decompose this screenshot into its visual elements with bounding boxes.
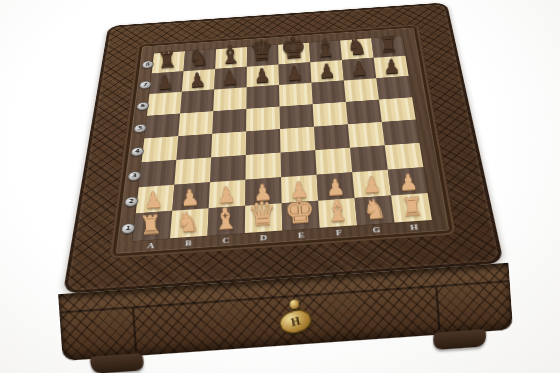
file-label-h: H — [395, 220, 434, 233]
square-d5[interactable] — [246, 106, 280, 131]
drawer-edge-right — [435, 286, 440, 330]
square-b1[interactable]: ♞ — [170, 208, 209, 238]
black-pawn[interactable]: ♟ — [253, 65, 271, 85]
square-b6[interactable] — [180, 89, 214, 113]
drawer-edge-left — [131, 307, 136, 351]
square-f7[interactable]: ♟ — [310, 60, 344, 83]
drawer-knob[interactable] — [289, 299, 299, 309]
black-rook[interactable]: ♜ — [157, 49, 178, 72]
white-rook[interactable]: ♜ — [138, 211, 162, 238]
photo-backdrop: ♜♞♝♛♚♝♞♜♟♟♟♟♟♟♟♟♟♟♟♟♟♟♟♟♜♞♝♛♚♝♞♜ 8765432… — [0, 0, 560, 373]
white-bishop[interactable]: ♝ — [211, 203, 239, 233]
square-g6[interactable] — [344, 78, 379, 102]
scene: ♜♞♝♛♚♝♞♜♟♟♟♟♟♟♟♟♟♟♟♟♟♟♟♟♜♞♝♛♚♝♞♜ 8765432… — [0, 0, 560, 373]
square-g7[interactable]: ♟ — [342, 57, 376, 80]
rank-label-2: 2 — [124, 195, 139, 206]
square-a3[interactable] — [139, 159, 177, 186]
white-knight[interactable]: ♞ — [175, 208, 200, 236]
black-pawn[interactable]: ♟ — [318, 60, 336, 80]
white-rook[interactable]: ♜ — [400, 193, 424, 220]
square-a1[interactable]: ♜ — [133, 210, 173, 240]
square-h3[interactable] — [385, 142, 424, 169]
white-pawn[interactable]: ♟ — [179, 185, 200, 208]
black-pawn[interactable]: ♟ — [188, 69, 206, 89]
white-knight[interactable]: ♞ — [362, 195, 387, 223]
carved-frame: ♜♞♝♛♚♝♞♜♟♟♟♟♟♟♟♟♟♟♟♟♟♟♟♟♜♞♝♛♚♝♞♜ 8765432… — [63, 2, 504, 293]
square-h4[interactable] — [382, 119, 420, 145]
square-d3[interactable] — [245, 152, 281, 179]
rank-label-6: 6 — [136, 101, 150, 110]
brand-medallion[interactable]: H — [277, 306, 314, 336]
board-grid: ♜♞♝♛♚♝♞♜♟♟♟♟♟♟♟♟♟♟♟♟♟♟♟♟♜♞♝♛♚♝♞♜ — [133, 36, 432, 241]
black-pawn[interactable]: ♟ — [350, 58, 368, 78]
black-pawn[interactable]: ♟ — [221, 67, 239, 87]
white-king[interactable]: ♚ — [283, 192, 316, 228]
square-c7[interactable]: ♟ — [214, 66, 247, 89]
square-d7[interactable]: ♟ — [247, 64, 279, 87]
white-pawn[interactable]: ♟ — [362, 173, 383, 196]
square-a6[interactable] — [147, 91, 182, 115]
board-border: ♜♞♝♛♚♝♞♜♟♟♟♟♟♟♟♟♟♟♟♟♟♟♟♟♜♞♝♛♚♝♞♜ 8765432… — [116, 27, 450, 253]
file-label-f: F — [320, 225, 358, 238]
square-g1[interactable]: ♞ — [355, 195, 395, 225]
black-king[interactable]: ♚ — [279, 32, 307, 63]
square-a4[interactable] — [142, 136, 179, 162]
black-queen[interactable]: ♛ — [249, 36, 275, 65]
square-f4[interactable] — [314, 124, 350, 150]
square-c5[interactable] — [212, 108, 246, 133]
square-h5[interactable] — [379, 97, 416, 122]
black-knight[interactable]: ♞ — [188, 45, 210, 69]
square-g5[interactable] — [346, 99, 382, 124]
white-bishop[interactable]: ♝ — [323, 195, 351, 225]
medallion-letter: H — [290, 313, 302, 327]
square-e3[interactable] — [281, 150, 317, 177]
white-pawn[interactable]: ♟ — [398, 170, 419, 193]
square-g4[interactable] — [348, 121, 385, 147]
square-e5[interactable] — [280, 104, 314, 129]
square-c4[interactable] — [211, 131, 246, 157]
foot-right — [433, 328, 486, 349]
black-pawn[interactable]: ♟ — [285, 63, 303, 83]
square-c1[interactable]: ♝ — [207, 205, 245, 235]
square-b4[interactable] — [176, 133, 212, 159]
square-d4[interactable] — [246, 129, 281, 155]
black-rook[interactable]: ♜ — [378, 33, 399, 56]
square-h1[interactable]: ♜ — [391, 192, 432, 222]
square-a5[interactable] — [144, 113, 180, 138]
file-label-g: G — [357, 223, 396, 236]
square-e6[interactable] — [279, 82, 313, 106]
square-e7[interactable]: ♟ — [279, 62, 312, 85]
file-label-b: B — [169, 236, 207, 250]
square-h6[interactable] — [376, 76, 412, 100]
black-pawn[interactable]: ♟ — [156, 72, 174, 92]
file-label-c: C — [207, 233, 245, 246]
square-b3[interactable] — [174, 157, 211, 184]
square-a2[interactable]: ♟ — [136, 184, 175, 213]
file-label-d: D — [245, 231, 283, 244]
black-pawn[interactable]: ♟ — [382, 56, 400, 76]
black-knight[interactable]: ♞ — [346, 34, 368, 58]
square-d6[interactable] — [246, 85, 279, 109]
square-f6[interactable] — [311, 80, 345, 104]
square-c3[interactable] — [210, 154, 246, 181]
file-label-e: E — [282, 228, 320, 241]
square-g3[interactable] — [350, 145, 388, 172]
square-c6[interactable] — [213, 87, 246, 111]
foot-left — [89, 353, 145, 373]
square-f5[interactable] — [313, 101, 348, 126]
square-f3[interactable] — [315, 147, 352, 174]
square-e4[interactable] — [280, 126, 315, 152]
square-h7[interactable]: ♟ — [374, 55, 409, 78]
chess-box: ♜♞♝♛♚♝♞♜♟♟♟♟♟♟♟♟♟♟♟♟♟♟♟♟♜♞♝♛♚♝♞♜ 8765432… — [63, 2, 504, 293]
black-bishop[interactable]: ♝ — [219, 41, 242, 67]
square-a7[interactable]: ♟ — [149, 71, 183, 94]
white-queen[interactable]: ♛ — [247, 197, 278, 231]
square-e1[interactable]: ♚ — [282, 200, 320, 230]
black-bishop[interactable]: ♝ — [313, 35, 336, 61]
white-pawn[interactable]: ♟ — [143, 188, 164, 211]
square-d1[interactable]: ♛ — [245, 203, 282, 233]
square-f1[interactable]: ♝ — [318, 198, 357, 228]
square-b5[interactable] — [178, 111, 213, 136]
square-b7[interactable]: ♟ — [182, 68, 215, 91]
